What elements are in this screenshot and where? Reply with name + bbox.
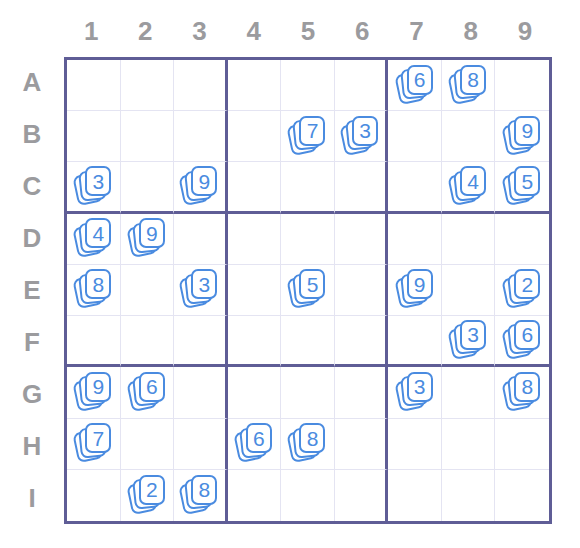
cell-B7[interactable] — [388, 111, 442, 162]
digit-card-stack: 8 — [503, 372, 541, 413]
card-front: 7 — [85, 423, 111, 453]
card-front: 5 — [514, 166, 540, 196]
row-labels: ABCDEFGHI — [0, 57, 64, 524]
cell-H1[interactable]: 7 — [67, 419, 121, 470]
column-label-6: 6 — [335, 10, 389, 52]
card-front: 8 — [460, 65, 486, 95]
card-front: 4 — [85, 218, 111, 248]
card-front: 2 — [514, 269, 540, 299]
cell-A4[interactable] — [228, 60, 282, 111]
card-front: 8 — [514, 372, 540, 402]
cell-B5[interactable]: 7 — [281, 111, 335, 162]
card-front: 7 — [299, 116, 325, 146]
cell-B3[interactable] — [174, 111, 228, 162]
row-label-D: D — [0, 213, 64, 265]
row-label-C: C — [0, 161, 64, 213]
cell-H9[interactable] — [495, 419, 549, 470]
cell-B4[interactable] — [228, 111, 282, 162]
row-label-H: H — [0, 420, 64, 472]
digit-card-stack: 5 — [288, 269, 326, 310]
cell-D7[interactable] — [388, 214, 442, 265]
cell-D2[interactable]: 9 — [121, 214, 175, 265]
row-label-F: F — [0, 316, 64, 368]
column-label-2: 2 — [118, 10, 172, 52]
card-front: 4 — [460, 166, 486, 196]
digit-card-stack: 6 — [128, 372, 166, 413]
digit-card-stack: 3 — [74, 166, 112, 207]
digit-card-stack: 6 — [235, 423, 273, 464]
cell-A2[interactable] — [121, 60, 175, 111]
digit-card-stack: 3 — [341, 116, 379, 157]
card-front: 9 — [85, 372, 111, 402]
digit-card-stack: 9 — [396, 269, 434, 310]
row-label-E: E — [0, 265, 64, 317]
digit-card-stack: 4 — [449, 166, 487, 207]
card-front: 5 — [299, 269, 325, 299]
cell-I3[interactable]: 8 — [174, 470, 228, 521]
card-front: 3 — [191, 269, 217, 299]
card-front: 8 — [191, 475, 217, 505]
cell-E6[interactable] — [335, 265, 389, 316]
digit-card-stack: 9 — [180, 166, 218, 207]
digit-card-stack: 6 — [503, 320, 541, 361]
row-label-I: I — [0, 472, 64, 524]
row-label-B: B — [0, 109, 64, 161]
digit-card-stack: 8 — [449, 65, 487, 106]
cell-C4[interactable] — [228, 162, 282, 213]
cell-A9[interactable] — [495, 60, 549, 111]
row-label-A: A — [0, 57, 64, 109]
row-label-G: G — [0, 368, 64, 420]
column-label-8: 8 — [444, 10, 498, 52]
digit-card-stack: 2 — [128, 475, 166, 516]
sudoku-board: 687393945498359236963876828 — [64, 57, 552, 524]
card-front: 3 — [460, 320, 486, 350]
card-front: 8 — [85, 269, 111, 299]
cell-H8[interactable] — [442, 419, 496, 470]
digit-card-stack: 3 — [449, 320, 487, 361]
cell-F8[interactable]: 3 — [442, 316, 496, 367]
card-front: 9 — [514, 116, 540, 146]
digit-card-stack: 2 — [503, 269, 541, 310]
column-labels: 123456789 — [64, 10, 552, 52]
cell-I1[interactable] — [67, 470, 121, 521]
cell-C1[interactable]: 3 — [67, 162, 121, 213]
cell-E8[interactable] — [442, 265, 496, 316]
cell-H7[interactable] — [388, 419, 442, 470]
cell-A6[interactable] — [335, 60, 389, 111]
cell-I7[interactable] — [388, 470, 442, 521]
digit-card-stack: 8 — [180, 475, 218, 516]
cell-B6[interactable]: 3 — [335, 111, 389, 162]
cell-E5[interactable]: 5 — [281, 265, 335, 316]
digit-card-stack: 5 — [503, 166, 541, 207]
column-label-4: 4 — [227, 10, 281, 52]
cell-A5[interactable] — [281, 60, 335, 111]
digit-card-stack: 9 — [503, 116, 541, 157]
cell-B2[interactable] — [121, 111, 175, 162]
cell-G2[interactable]: 6 — [121, 367, 175, 418]
sudoku-screen: 123456789 ABCDEFGHI 68739394549835923696… — [0, 0, 580, 548]
card-front: 9 — [191, 166, 217, 196]
cell-H3[interactable] — [174, 419, 228, 470]
cell-E1[interactable]: 8 — [67, 265, 121, 316]
cell-I9[interactable] — [495, 470, 549, 521]
cell-E7[interactable]: 9 — [388, 265, 442, 316]
cell-A1[interactable] — [67, 60, 121, 111]
cell-F2[interactable] — [121, 316, 175, 367]
cell-A7[interactable]: 6 — [388, 60, 442, 111]
column-label-3: 3 — [172, 10, 226, 52]
digit-card-stack: 9 — [128, 218, 166, 259]
cell-F9[interactable]: 6 — [495, 316, 549, 367]
cell-I2[interactable]: 2 — [121, 470, 175, 521]
cell-H4[interactable]: 6 — [228, 419, 282, 470]
cell-A8[interactable]: 8 — [442, 60, 496, 111]
card-front: 6 — [514, 320, 540, 350]
column-label-7: 7 — [389, 10, 443, 52]
digit-card-stack: 8 — [74, 269, 112, 310]
cell-B1[interactable] — [67, 111, 121, 162]
card-front: 3 — [352, 116, 378, 146]
cell-C6[interactable] — [335, 162, 389, 213]
cell-D1[interactable]: 4 — [67, 214, 121, 265]
cell-E9[interactable]: 2 — [495, 265, 549, 316]
cell-H5[interactable]: 8 — [281, 419, 335, 470]
card-front: 8 — [299, 423, 325, 453]
cell-I6[interactable] — [335, 470, 389, 521]
cell-C3[interactable]: 9 — [174, 162, 228, 213]
cell-G8[interactable] — [442, 367, 496, 418]
card-front: 9 — [139, 218, 165, 248]
cell-E2[interactable] — [121, 265, 175, 316]
cell-G7[interactable]: 3 — [388, 367, 442, 418]
card-front: 9 — [407, 269, 433, 299]
cell-D4[interactable] — [228, 214, 282, 265]
cell-D8[interactable] — [442, 214, 496, 265]
card-front: 2 — [139, 475, 165, 505]
cell-F1[interactable] — [67, 316, 121, 367]
cell-E3[interactable]: 3 — [174, 265, 228, 316]
digit-card-stack: 7 — [74, 423, 112, 464]
cell-G9[interactable]: 8 — [495, 367, 549, 418]
card-front: 6 — [407, 65, 433, 95]
cell-H6[interactable] — [335, 419, 389, 470]
cell-I8[interactable] — [442, 470, 496, 521]
card-front: 3 — [407, 372, 433, 402]
cell-C7[interactable] — [388, 162, 442, 213]
card-front: 6 — [139, 372, 165, 402]
cell-G3[interactable] — [174, 367, 228, 418]
cell-D6[interactable] — [335, 214, 389, 265]
column-label-5: 5 — [281, 10, 335, 52]
cell-E4[interactable] — [228, 265, 282, 316]
digit-card-stack: 8 — [288, 423, 326, 464]
cell-D3[interactable] — [174, 214, 228, 265]
cell-C5[interactable] — [281, 162, 335, 213]
cell-G4[interactable] — [228, 367, 282, 418]
card-front: 3 — [85, 166, 111, 196]
column-label-9: 9 — [498, 10, 552, 52]
digit-card-stack: 7 — [288, 116, 326, 157]
cell-A3[interactable] — [174, 60, 228, 111]
cell-F3[interactable] — [174, 316, 228, 367]
column-label-1: 1 — [64, 10, 118, 52]
cell-F4[interactable] — [228, 316, 282, 367]
cell-I4[interactable] — [228, 470, 282, 521]
cell-C2[interactable] — [121, 162, 175, 213]
digit-card-stack: 3 — [396, 372, 434, 413]
cell-D5[interactable] — [281, 214, 335, 265]
cell-H2[interactable] — [121, 419, 175, 470]
digit-card-stack: 6 — [396, 65, 434, 106]
card-front: 6 — [246, 423, 272, 453]
cell-I5[interactable] — [281, 470, 335, 521]
digit-card-stack: 4 — [74, 218, 112, 259]
digit-card-stack: 9 — [74, 372, 112, 413]
cell-G6[interactable] — [335, 367, 389, 418]
cell-C8[interactable]: 4 — [442, 162, 496, 213]
cell-F6[interactable] — [335, 316, 389, 367]
cell-G5[interactable] — [281, 367, 335, 418]
cell-F7[interactable] — [388, 316, 442, 367]
cell-B8[interactable] — [442, 111, 496, 162]
cell-G1[interactable]: 9 — [67, 367, 121, 418]
digit-card-stack: 3 — [180, 269, 218, 310]
cell-D9[interactable] — [495, 214, 549, 265]
cell-B9[interactable]: 9 — [495, 111, 549, 162]
cell-C9[interactable]: 5 — [495, 162, 549, 213]
cell-F5[interactable] — [281, 316, 335, 367]
